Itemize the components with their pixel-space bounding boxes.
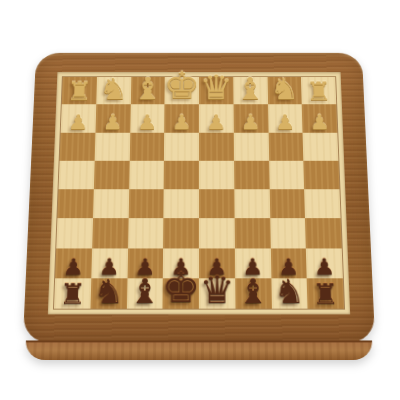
board-cell[interactable] [234,189,270,218]
piece-light-bishop[interactable]: ♝ [132,74,162,105]
board-cell[interactable]: ♟ [233,104,268,132]
piece-light-pawn[interactable]: ♟ [68,112,89,133]
board-cell[interactable]: ♜ [307,278,344,309]
board-cell[interactable] [199,161,234,190]
piece-light-pawn[interactable]: ♟ [102,112,123,133]
board-cell[interactable]: ♟ [306,248,343,278]
board-cell[interactable]: ♞ [271,278,308,309]
piece-light-pawn[interactable]: ♟ [309,112,330,133]
piece-dark-knight[interactable]: ♞ [274,276,306,309]
board-cell[interactable] [199,132,234,160]
piece-dark-queen[interactable]: ♛ [199,271,234,309]
piece-dark-pawn[interactable]: ♟ [63,256,85,278]
board-cell[interactable]: ♞ [96,77,131,104]
board-cell[interactable] [129,132,164,160]
board-cell[interactable]: ♜ [54,278,91,309]
product-photo-scene: ♜♞♝♚♛♝♞♜♟♟♟♟♟♟♟♟♟♟♟♟♟♟♟♟♜♞♝♚♛♝♞♜ [0,0,400,400]
board-cell[interactable] [164,161,199,190]
board-cell[interactable] [128,189,164,218]
board-cell[interactable] [164,189,199,218]
piece-light-pawn[interactable]: ♟ [275,112,296,133]
board-cell[interactable] [234,132,269,160]
board-cell[interactable] [234,161,269,190]
board-cell[interactable] [56,218,93,248]
board-cell[interactable] [163,218,199,248]
board-cell[interactable]: ♟ [302,104,337,132]
board-cell[interactable]: ♝ [126,278,163,309]
board-cell[interactable]: ♛ [199,77,233,104]
board-cell[interactable] [304,161,340,190]
board-cell[interactable] [269,189,305,218]
board-cell[interactable] [268,132,303,160]
board-cell[interactable] [94,161,130,190]
piece-dark-king[interactable]: ♚ [161,267,200,309]
piece-dark-rook[interactable]: ♜ [312,280,339,308]
board-cell[interactable] [57,189,93,218]
piece-dark-pawn[interactable]: ♟ [314,256,336,278]
board-front-edge [25,340,373,360]
piece-light-pawn[interactable]: ♟ [206,112,226,133]
board-cell[interactable] [305,218,342,248]
piece-light-knight[interactable]: ♞ [99,75,129,105]
piece-dark-bishop[interactable]: ♝ [237,275,269,309]
piece-dark-rook[interactable]: ♜ [59,280,86,308]
board-cell[interactable] [269,161,305,190]
piece-light-bishop[interactable]: ♝ [235,74,265,105]
piece-light-king[interactable]: ♚ [163,67,200,104]
board-cell[interactable] [94,132,129,160]
board-cell[interactable]: ♜ [62,77,97,104]
board-cell[interactable]: ♝ [130,77,165,104]
board-cell[interactable]: ♟ [95,104,130,132]
board-cell[interactable]: ♟ [164,104,199,132]
board-cell[interactable] [60,132,96,160]
board-cell[interactable] [59,161,95,190]
playing-field-border: ♜♞♝♚♛♝♞♜♟♟♟♟♟♟♟♟♟♟♟♟♟♟♟♟♜♞♝♚♛♝♞♜ [48,72,350,314]
board-cell[interactable] [199,189,234,218]
board-cell[interactable] [93,189,129,218]
board-cell[interactable] [129,161,164,190]
board-cell[interactable] [304,189,340,218]
board-cell[interactable]: ♟ [61,104,96,132]
chess-board: ♜♞♝♚♛♝♞♜♟♟♟♟♟♟♟♟♟♟♟♟♟♟♟♟♜♞♝♚♛♝♞♜ [22,53,376,360]
board-cell[interactable]: ♟ [199,104,234,132]
piece-light-pawn[interactable]: ♟ [172,112,192,133]
board-cell[interactable]: ♞ [90,278,127,309]
board-cell[interactable] [164,132,199,160]
piece-light-queen[interactable]: ♛ [199,71,232,105]
board-cell[interactable]: ♟ [268,104,303,132]
piece-light-knight[interactable]: ♞ [270,75,300,105]
board-cell[interactable]: ♞ [267,77,302,104]
piece-light-pawn[interactable]: ♟ [137,112,157,133]
board-cell[interactable]: ♝ [235,278,272,309]
board-cell[interactable] [199,218,235,248]
piece-dark-bishop[interactable]: ♝ [129,275,161,309]
piece-dark-knight[interactable]: ♞ [93,276,125,309]
piece-light-rook[interactable]: ♜ [306,79,332,104]
board-cell[interactable] [303,132,339,160]
board-cell[interactable]: ♜ [301,77,336,104]
board-frame: ♜♞♝♚♛♝♞♜♟♟♟♟♟♟♟♟♟♟♟♟♟♟♟♟♜♞♝♚♛♝♞♜ [23,53,375,343]
board-cell[interactable] [234,218,270,248]
piece-light-pawn[interactable]: ♟ [241,112,261,133]
board-cell[interactable] [128,218,164,248]
board-cell[interactable]: ♚ [163,278,199,309]
board-cell[interactable]: ♟ [55,248,92,278]
board-cell[interactable]: ♟ [130,104,165,132]
board-cell[interactable]: ♛ [199,278,235,309]
board-cell[interactable] [270,218,306,248]
board-grid: ♜♞♝♚♛♝♞♜♟♟♟♟♟♟♟♟♟♟♟♟♟♟♟♟♜♞♝♚♛♝♞♜ [54,77,344,309]
board-cell[interactable] [92,218,128,248]
board-cell[interactable]: ♚ [165,77,199,104]
piece-light-rook[interactable]: ♜ [66,79,92,104]
board-cell[interactable]: ♝ [233,77,268,104]
